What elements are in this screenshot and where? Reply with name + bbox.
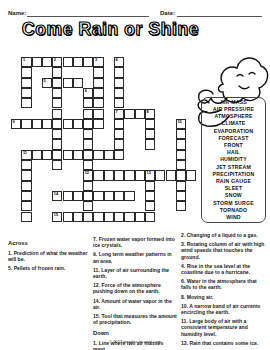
grid-cell[interactable]: [93, 88, 103, 98]
grid-cell[interactable]: [83, 160, 93, 170]
grid-cell[interactable]: [32, 119, 42, 129]
grid-cell[interactable]: [21, 78, 31, 88]
clue-text: 11. Layer of air surrounding the earth.: [93, 267, 177, 279]
grid-cell[interactable]: 3: [93, 57, 103, 67]
grid-cell[interactable]: [93, 119, 103, 129]
grid-cell[interactable]: [104, 170, 114, 180]
page-title: Come Rain or Shine: [22, 19, 199, 40]
clue-number: 3: [95, 58, 97, 62]
grid-cell[interactable]: [42, 57, 52, 67]
clue-number: 5: [43, 79, 45, 83]
clue-number: 10: [177, 120, 181, 124]
grid-cell[interactable]: [114, 129, 124, 139]
clue-number: 7: [116, 110, 118, 114]
word-bank-entry: FRONT: [202, 142, 265, 149]
grid-cell[interactable]: [145, 129, 155, 139]
clue-text: 5. Pellets of frozen rain.: [8, 265, 90, 271]
grid-cell[interactable]: [124, 191, 134, 201]
clue-text: 10. A narrow band of air currents encirc…: [181, 303, 265, 315]
clue-text: 15. Tool that measures the amount of pre…: [93, 313, 177, 325]
grid-cell[interactable]: [104, 150, 114, 160]
name-blank-line[interactable]: [27, 8, 149, 17]
grid-cell[interactable]: [176, 201, 186, 211]
grid-cell[interactable]: [21, 88, 31, 98]
grid-cell[interactable]: 2: [52, 57, 62, 67]
clues-column-2: 7. Frozen water vapor formed into ice cr…: [93, 236, 177, 350]
grid-cell[interactable]: [52, 98, 62, 108]
grid-cell[interactable]: [52, 88, 62, 98]
clue-number: 2: [54, 58, 56, 62]
word-bank-entry: AIR PRESSURE: [202, 106, 265, 113]
date-blank-line[interactable]: [177, 8, 262, 17]
grid-cell[interactable]: [104, 212, 114, 222]
grid-cell[interactable]: [93, 109, 103, 119]
grid-cell[interactable]: [21, 201, 31, 211]
copyright-footer: © 2013 puzzles-to-print.com: [0, 339, 270, 344]
clues-column-1: Across 1. Prediction of what the weather…: [8, 240, 90, 275]
grid-cell[interactable]: [145, 201, 155, 211]
clue-number: 14: [54, 192, 58, 196]
grid-cell[interactable]: [145, 191, 155, 201]
grid-cell[interactable]: [176, 191, 186, 201]
word-bank-entry: TORNADO: [202, 207, 265, 214]
grid-cell[interactable]: [114, 98, 124, 108]
clue-text: 14. Amount of water vapor in the air.: [93, 298, 177, 310]
grid-cell[interactable]: [83, 212, 93, 222]
grid-cell[interactable]: [83, 57, 93, 67]
grid-cell[interactable]: [176, 181, 186, 191]
grid-cell[interactable]: [124, 170, 134, 180]
clues-column-3: 2. Changing of a liquid to a gas.3. Rota…: [181, 232, 265, 349]
grid-cell[interactable]: [83, 181, 93, 191]
grid-cell[interactable]: [83, 139, 93, 149]
grid-cell[interactable]: [63, 57, 73, 67]
grid-cell[interactable]: [21, 212, 31, 222]
grid-cell[interactable]: [93, 212, 103, 222]
grid-cell[interactable]: [176, 150, 186, 160]
grid-cell[interactable]: [145, 139, 155, 149]
grid-cell[interactable]: [83, 129, 93, 139]
grid-cell[interactable]: 5: [42, 78, 52, 88]
grid-cell[interactable]: [135, 170, 145, 180]
grid-cell[interactable]: [32, 57, 42, 67]
grid-cell[interactable]: [114, 67, 124, 77]
grid-cell[interactable]: [83, 191, 93, 201]
clue-text: 6. Water in the atmosphere that falls to…: [181, 278, 265, 290]
word-bank: AIR MASSAIR PRESSUREATMOSPHERECLIMATEEVA…: [201, 97, 266, 223]
grid-cell[interactable]: [52, 160, 62, 170]
grid-cell[interactable]: [135, 212, 145, 222]
grid-cell[interactable]: [93, 191, 103, 201]
clue-number: 12: [85, 171, 89, 175]
grid-cell[interactable]: [52, 150, 62, 160]
grid-cell[interactable]: [21, 160, 31, 170]
grid-cell[interactable]: [63, 212, 73, 222]
word-bank-entry: SLEET: [202, 185, 265, 192]
grid-cell[interactable]: [73, 150, 83, 160]
grid-cell[interactable]: [21, 98, 31, 108]
grid-cell[interactable]: [104, 191, 114, 201]
grid-cell[interactable]: [73, 212, 83, 222]
clue-number: 11: [23, 151, 27, 155]
grid-cell[interactable]: [93, 150, 103, 160]
grid-cell[interactable]: [145, 212, 155, 222]
grid-cell[interactable]: [63, 119, 73, 129]
grid-cell[interactable]: 8: [145, 109, 155, 119]
name-label: Name:: [8, 10, 26, 16]
grid-cell[interactable]: [114, 88, 124, 98]
grid-cell[interactable]: [63, 78, 73, 88]
clue-text: 8. Moving air.: [181, 294, 265, 300]
grid-cell[interactable]: [73, 57, 83, 67]
grid-cell[interactable]: [73, 191, 83, 201]
grid-cell[interactable]: 11: [21, 150, 31, 160]
grid-cell[interactable]: [166, 170, 176, 180]
grid-cell[interactable]: [63, 150, 73, 160]
grid-cell[interactable]: 10: [176, 119, 186, 129]
grid-cell[interactable]: [114, 78, 124, 88]
grid-cell[interactable]: [21, 67, 31, 77]
grid-cell[interactable]: [42, 150, 52, 160]
grid-cell[interactable]: [52, 67, 62, 77]
grid-cell[interactable]: [73, 119, 83, 129]
grid-cell[interactable]: [176, 129, 186, 139]
word-bank-entry: AIR MASS: [202, 99, 265, 106]
grid-cell[interactable]: [32, 150, 42, 160]
grid-cell[interactable]: 15: [52, 212, 62, 222]
word-bank-entry: STORM SURGE: [202, 200, 265, 207]
grid-cell[interactable]: [83, 119, 93, 129]
grid-cell[interactable]: [83, 109, 93, 119]
grid-cell[interactable]: 14: [52, 191, 62, 201]
word-bank-entry: JET STREAM: [202, 164, 265, 171]
grid-cell[interactable]: [186, 170, 196, 180]
clue-text: 3. Rotating column of air with high wind…: [181, 241, 265, 259]
clue-text: 12. Force of the atmosphere pushing down…: [93, 282, 177, 294]
grid-cell[interactable]: 9: [11, 119, 21, 129]
grid-cell[interactable]: [155, 170, 165, 180]
grid-cell[interactable]: [21, 181, 31, 191]
clue-number: 15: [54, 213, 58, 217]
word-bank-entry: WIND: [202, 214, 265, 221]
word-bank-entry: HAIL: [202, 149, 265, 156]
clue-text: 2. Changing of a liquid to a gas.: [181, 232, 265, 238]
grid-cell[interactable]: [114, 139, 124, 149]
grid-cell[interactable]: [52, 109, 62, 119]
grid-cell[interactable]: 1: [21, 57, 31, 67]
clue-text: 9. Long term weather patterns in an area…: [93, 251, 177, 263]
clue-text: 4. Rise in the sea level at the coastlin…: [181, 263, 265, 275]
grid-cell[interactable]: 12: [83, 170, 93, 180]
grid-cell[interactable]: [93, 98, 103, 108]
clue-number: 1: [23, 58, 25, 62]
grid-cell[interactable]: [114, 150, 124, 160]
grid-cell[interactable]: [83, 150, 93, 160]
grid-cell[interactable]: [176, 170, 186, 180]
grid-cell[interactable]: [124, 212, 134, 222]
grid-cell[interactable]: [93, 67, 103, 77]
grid-cell[interactable]: [21, 170, 31, 180]
grid-cell[interactable]: [52, 119, 62, 129]
grid-cell[interactable]: [124, 109, 134, 119]
grid-cell[interactable]: [114, 191, 124, 201]
grid-cell[interactable]: [52, 139, 62, 149]
down-header: Down: [93, 330, 177, 337]
word-bank-entry: PRECIPITATION: [202, 171, 265, 178]
grid-cell[interactable]: [83, 98, 93, 108]
worksheet-page: Name: Date: Come Rain or Shine 123475612…: [0, 0, 270, 350]
grid-cell[interactable]: 4: [114, 57, 124, 67]
across-header: Across: [8, 240, 90, 247]
word-bank-entry: RAIN GAUGE: [202, 178, 265, 185]
grid-cell[interactable]: [52, 78, 62, 88]
clue-text: 11. Large body of air with a consistent …: [181, 318, 265, 336]
grid-cell[interactable]: [135, 109, 145, 119]
grid-cell[interactable]: 7: [114, 109, 124, 119]
grid-cell[interactable]: [176, 160, 186, 170]
clue-number: 9: [13, 120, 15, 124]
grid-cell[interactable]: [83, 201, 93, 211]
clue-number: 6: [85, 89, 87, 93]
grid-cell[interactable]: [93, 170, 103, 180]
grid-cell[interactable]: [42, 119, 52, 129]
clue-number: 13: [146, 171, 150, 175]
grid-cell[interactable]: [21, 119, 31, 129]
date-label: Date:: [160, 10, 175, 16]
grid-cell[interactable]: [52, 129, 62, 139]
word-bank-entry: SNOW: [202, 192, 265, 199]
grid-cell[interactable]: 13: [145, 170, 155, 180]
clue-text: 1. Prediction of what the weather will b…: [8, 250, 90, 262]
grid-cell[interactable]: 6: [83, 88, 93, 98]
grid-cell[interactable]: [63, 191, 73, 201]
clue-number: 8: [146, 110, 148, 114]
word-bank-entry: FORECAST: [202, 135, 265, 142]
grid-cell[interactable]: [145, 119, 155, 129]
grid-cell[interactable]: [114, 170, 124, 180]
clue-text: 7. Frozen water vapor formed into ice cr…: [93, 236, 177, 248]
clue-number: 4: [116, 58, 118, 62]
grid-cell[interactable]: [21, 191, 31, 201]
grid-cell[interactable]: [114, 212, 124, 222]
grid-cell[interactable]: [145, 181, 155, 191]
grid-cell[interactable]: [93, 78, 103, 88]
word-bank-entry: HUMIDITY: [202, 156, 265, 163]
word-bank-entry: CLIMATE: [202, 120, 265, 127]
grid-cell[interactable]: [73, 78, 83, 88]
word-bank-entry: EVAPORATION: [202, 128, 265, 135]
grid-cell[interactable]: [114, 119, 124, 129]
word-bank-entry: ATMOSPHERE: [202, 113, 265, 120]
grid-cell[interactable]: [176, 139, 186, 149]
